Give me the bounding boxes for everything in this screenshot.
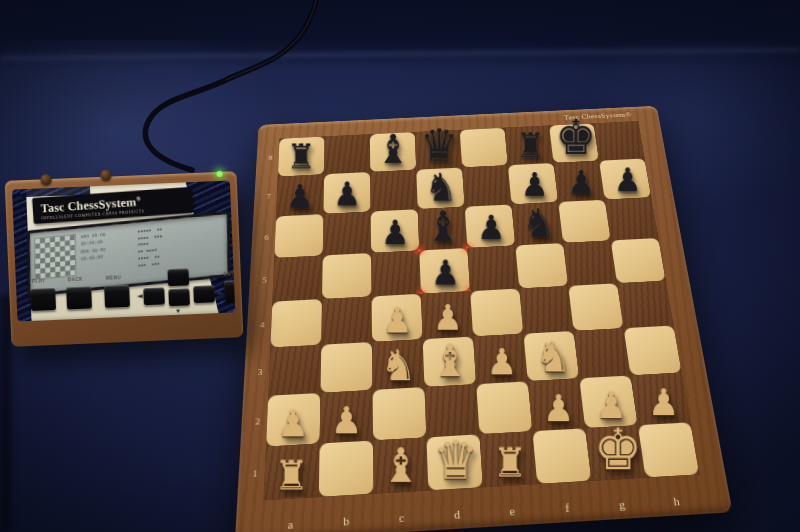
file-label-d: d [429,506,485,523]
square-c5[interactable] [371,250,421,296]
chess-computer-console: Tasc ChessSystem® INTELLIGENT COMPUTER C… [5,171,244,347]
square-c7[interactable] [370,170,418,212]
square-h5[interactable] [611,238,666,283]
black-pawn-e6[interactable]: ♟ [467,210,515,247]
black-pawn-b7[interactable]: ♟ [324,176,371,212]
white-pawn-a2[interactable]: ♟ [266,404,319,445]
square-c4[interactable]: ♟ [372,294,423,342]
square-d6[interactable]: ♝ [418,207,468,251]
square-h7[interactable]: ♟ [599,158,651,199]
move-indicator-led [417,249,421,253]
square-d8[interactable]: ♛ [415,130,462,170]
square-c2[interactable] [373,387,427,440]
rank-label-2: 2 [250,396,265,448]
square-e3[interactable]: ♟ [473,334,528,384]
square-f5[interactable] [515,243,568,289]
square-c6[interactable]: ♟ [371,209,420,253]
square-f1[interactable] [532,428,591,484]
black-rook-a8[interactable]: ♜ [278,138,324,175]
square-b7[interactable]: ♟ [323,172,370,214]
file-label-b: b [318,512,374,529]
file-label-f: f [539,499,595,516]
console-front-panel: Tasc ChessSystem® INTELLIGENT COMPUTER C… [12,181,235,322]
square-d5[interactable]: ♟ [419,248,470,294]
square-a8[interactable]: ♜ [278,136,325,176]
file-label-c: c [374,509,430,526]
square-e5[interactable] [467,245,519,291]
square-a1[interactable]: ♜ [264,444,320,501]
white-king-g1[interactable]: ♚ [591,421,645,478]
square-b1[interactable] [319,440,374,496]
rank-label-7: 7 [262,177,275,217]
square-h8[interactable] [594,121,645,160]
square-f6[interactable]: ♞ [512,202,564,245]
white-pawn-b2[interactable]: ♟ [320,401,373,442]
square-e8[interactable] [460,128,508,168]
square-d3[interactable]: ♝ [423,336,477,387]
black-pawn-f7[interactable]: ♟ [511,167,558,203]
white-knight-c3[interactable]: ♞ [373,343,425,388]
square-g8[interactable]: ♚ [549,123,599,163]
black-rook-f8[interactable]: ♜ [508,127,554,164]
black-king-g8[interactable]: ♚ [553,113,599,161]
rank-label-1: 1 [247,447,263,501]
white-bishop-d3[interactable]: ♝ [424,338,476,385]
square-h1[interactable] [638,422,700,477]
square-e1[interactable]: ♜ [480,431,538,487]
square-a2[interactable]: ♟ [266,393,320,447]
square-b5[interactable] [322,253,372,299]
square-g1[interactable]: ♚ [585,425,645,481]
square-b8[interactable] [324,134,370,174]
square-c1[interactable]: ♝ [373,437,428,493]
white-pawn-f2[interactable]: ♟ [532,389,585,429]
white-pawn-d4[interactable]: ♟ [423,299,473,337]
square-h3[interactable] [624,325,682,375]
file-label-h: h [648,493,705,509]
board-frame: Tasc ChessSystem® 87654321 abcdefgh ♜♝♛♜… [235,106,733,532]
square-e2[interactable] [476,381,532,434]
square-f4[interactable] [519,286,573,334]
square-c3[interactable]: ♞ [372,339,424,390]
enter-button[interactable] [224,280,235,302]
square-e7[interactable] [462,165,511,207]
square-h4[interactable] [617,281,673,329]
square-f3[interactable]: ♞ [523,331,579,381]
rank-label-3: 3 [253,348,268,397]
black-bishop-d6[interactable]: ♝ [419,205,467,249]
square-d4[interactable]: ♟ [421,291,473,339]
dpad-left-button[interactable] [143,287,165,305]
white-rook-e1[interactable]: ♜ [483,441,537,485]
square-d1[interactable]: ♛ [426,434,483,490]
black-pawn-c6[interactable]: ♟ [371,215,419,252]
black-pawn-d5[interactable]: ♟ [421,254,470,292]
square-f7[interactable]: ♟ [508,163,558,204]
dpad-up-button[interactable] [167,268,189,286]
square-g4[interactable] [568,283,623,331]
rank-label-8: 8 [264,139,277,178]
square-b6[interactable] [323,212,371,256]
dpad-down-button[interactable] [168,288,190,306]
square-a7[interactable]: ♟ [276,174,324,216]
right-arrow-glyph: ► [217,289,223,297]
square-a4[interactable] [270,299,322,348]
enter-button-label: ENTER [224,271,236,277]
back-button-label: BACK [68,277,83,283]
square-e4[interactable] [470,289,523,337]
left-arrow-glyph: ◄ [136,292,142,300]
menu-button-label: MENU [106,275,121,281]
file-label-e: e [484,503,540,520]
play-button[interactable] [30,288,56,311]
square-b3[interactable] [321,342,373,393]
square-g7[interactable]: ♟ [554,161,605,202]
square-g6[interactable] [558,200,611,243]
square-a6[interactable] [274,214,323,258]
menu-button[interactable] [104,285,130,308]
down-arrow-glyph: ▼ [176,307,180,315]
white-pawn-e3[interactable]: ♟ [476,343,528,382]
console-controls: PLAY BACK MENU ◄ ► ▼ ENTER [26,265,230,315]
square-e6[interactable]: ♟ [465,204,516,248]
square-b2[interactable]: ♟ [320,390,373,444]
square-c8[interactable]: ♝ [370,132,416,172]
file-label-g: g [594,496,650,513]
rank-label-5: 5 [257,258,271,302]
rank-label-4: 4 [255,302,269,349]
white-knight-f3[interactable]: ♞ [527,334,579,379]
square-h6[interactable] [605,197,659,240]
square-g5[interactable] [563,240,617,285]
black-knight-f6[interactable]: ♞ [515,202,563,244]
black-pawn-g7[interactable]: ♟ [558,165,605,201]
black-bishop-c8[interactable]: ♝ [370,129,416,171]
file-label-a: a [262,516,318,532]
square-b4[interactable] [321,296,372,344]
square-f2[interactable]: ♟ [528,378,585,431]
chess-board: Tasc ChessSystem® 87654321 abcdefgh ♜♝♛♜… [246,68,698,528]
square-a3[interactable] [268,345,321,396]
back-button[interactable] [66,286,92,309]
board-grid: ♜♝♛♜♚♟♟♞♟♟♟♟♝♟♞♟♟♟♞♝♟♞♟♟♟♟♟♜♝♛♜♚ [264,121,700,500]
white-rook-a1[interactable]: ♜ [264,453,319,497]
square-f8[interactable]: ♜ [504,126,553,166]
dpad-right-button[interactable] [193,285,215,303]
white-pawn-c4[interactable]: ♟ [372,301,423,340]
black-queen-d8[interactable]: ♛ [416,123,462,169]
black-pawn-a7[interactable]: ♟ [276,179,323,215]
black-pawn-h7[interactable]: ♟ [604,162,651,198]
square-a5[interactable] [272,255,322,301]
white-pawn-h2[interactable]: ♟ [637,383,690,423]
play-button-label: PLAY [32,278,46,284]
rank-label-6: 6 [260,217,274,259]
white-bishop-c1[interactable]: ♝ [374,441,429,491]
white-queen-d1[interactable]: ♛ [428,434,483,488]
square-g3[interactable] [574,328,631,378]
